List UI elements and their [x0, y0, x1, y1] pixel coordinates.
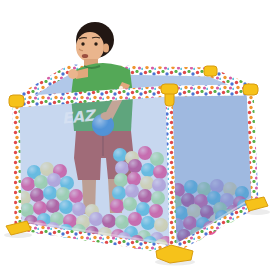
right-corner-connector [243, 84, 258, 95]
toddler-mouth [82, 54, 88, 58]
rear-corner-connector [204, 66, 217, 76]
front-post [169, 92, 173, 249]
toddler-face [76, 32, 104, 62]
toddler-right-fist [68, 69, 78, 79]
front-right-top-rail [169, 90, 250, 91]
toddler-ear [103, 44, 109, 53]
toddler-eye-left [81, 42, 84, 45]
right-post [250, 90, 255, 203]
front-corner-connector [161, 84, 178, 94]
left-corner-connector [9, 95, 24, 107]
left-post [16, 100, 18, 226]
product-photo: EAZ [0, 0, 280, 280]
scene-svg: EAZ [0, 0, 280, 280]
toddler-eye-right [94, 42, 97, 45]
